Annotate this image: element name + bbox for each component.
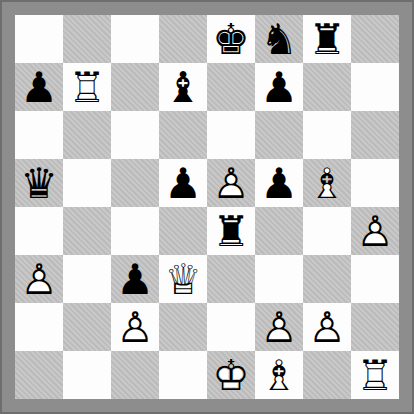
- square-f7[interactable]: ♟: [255, 63, 303, 111]
- square-a7[interactable]: ♟: [15, 63, 63, 111]
- square-d6[interactable]: [159, 111, 207, 159]
- white-pawn-piece[interactable]: ♟♙: [111, 303, 159, 351]
- square-h1[interactable]: ♜♖: [351, 351, 399, 399]
- white-rook-piece[interactable]: ♜♖: [63, 63, 111, 111]
- square-f2[interactable]: ♟♙: [255, 303, 303, 351]
- square-h4[interactable]: ♟♙: [351, 207, 399, 255]
- square-c3[interactable]: ♟: [111, 255, 159, 303]
- square-b3[interactable]: [63, 255, 111, 303]
- black-pawn-piece[interactable]: ♟: [15, 63, 63, 111]
- white-pawn-piece[interactable]: ♟♙: [15, 255, 63, 303]
- square-a5[interactable]: ♛: [15, 159, 63, 207]
- chess-board: ♚♞♜♟♜♖♝♟♛♟♟♙♟♝♗♜♟♙♟♙♟♛♕♟♙♟♙♟♙♚♔♝♗♜♖: [15, 15, 399, 399]
- square-h8[interactable]: [351, 15, 399, 63]
- square-f6[interactable]: [255, 111, 303, 159]
- square-h2[interactable]: [351, 303, 399, 351]
- square-c7[interactable]: [111, 63, 159, 111]
- square-f1[interactable]: ♝♗: [255, 351, 303, 399]
- black-piece-glyph: ♟: [255, 159, 303, 207]
- white-pawn-piece[interactable]: ♟♙: [351, 207, 399, 255]
- square-h3[interactable]: [351, 255, 399, 303]
- square-d5[interactable]: ♟: [159, 159, 207, 207]
- black-king-piece[interactable]: ♚: [207, 15, 255, 63]
- square-g2[interactable]: ♟♙: [303, 303, 351, 351]
- black-pawn-piece[interactable]: ♟: [255, 63, 303, 111]
- square-g3[interactable]: [303, 255, 351, 303]
- white-rook-piece[interactable]: ♜♖: [351, 351, 399, 399]
- square-a6[interactable]: [15, 111, 63, 159]
- square-c5[interactable]: [111, 159, 159, 207]
- square-e6[interactable]: [207, 111, 255, 159]
- black-knight-piece[interactable]: ♞: [255, 15, 303, 63]
- black-piece-glyph: ♚: [207, 15, 255, 63]
- square-a4[interactable]: [15, 207, 63, 255]
- white-piece-outline-glyph: ♙: [255, 303, 303, 351]
- white-piece-outline-glyph: ♙: [111, 303, 159, 351]
- white-pawn-piece[interactable]: ♟♙: [207, 159, 255, 207]
- square-a8[interactable]: [15, 15, 63, 63]
- black-piece-glyph: ♜: [207, 207, 255, 255]
- square-h6[interactable]: [351, 111, 399, 159]
- square-e8[interactable]: ♚: [207, 15, 255, 63]
- square-e7[interactable]: [207, 63, 255, 111]
- square-a1[interactable]: [15, 351, 63, 399]
- square-c4[interactable]: [111, 207, 159, 255]
- white-piece-outline-glyph: ♕: [159, 255, 207, 303]
- square-g8[interactable]: ♜: [303, 15, 351, 63]
- white-piece-outline-glyph: ♙: [207, 159, 255, 207]
- square-e4[interactable]: ♜: [207, 207, 255, 255]
- square-d4[interactable]: [159, 207, 207, 255]
- square-b7[interactable]: ♜♖: [63, 63, 111, 111]
- black-piece-glyph: ♞: [255, 15, 303, 63]
- square-b2[interactable]: [63, 303, 111, 351]
- square-a2[interactable]: [15, 303, 63, 351]
- black-pawn-piece[interactable]: ♟: [255, 159, 303, 207]
- black-pawn-piece[interactable]: ♟: [111, 255, 159, 303]
- white-piece-outline-glyph: ♗: [255, 351, 303, 399]
- white-piece-outline-glyph: ♖: [351, 351, 399, 399]
- black-bishop-piece[interactable]: ♝: [159, 63, 207, 111]
- black-rook-piece[interactable]: ♜: [303, 15, 351, 63]
- square-f4[interactable]: [255, 207, 303, 255]
- white-queen-piece[interactable]: ♛♕: [159, 255, 207, 303]
- black-piece-glyph: ♟: [255, 63, 303, 111]
- square-e3[interactable]: [207, 255, 255, 303]
- square-e1[interactable]: ♚♔: [207, 351, 255, 399]
- white-piece-outline-glyph: ♙: [351, 207, 399, 255]
- square-b8[interactable]: [63, 15, 111, 63]
- square-c1[interactable]: [111, 351, 159, 399]
- black-piece-glyph: ♟: [15, 63, 63, 111]
- square-d8[interactable]: [159, 15, 207, 63]
- black-piece-glyph: ♝: [159, 63, 207, 111]
- black-piece-glyph: ♜: [303, 15, 351, 63]
- square-g6[interactable]: [303, 111, 351, 159]
- square-g7[interactable]: [303, 63, 351, 111]
- square-b6[interactable]: [63, 111, 111, 159]
- square-f3[interactable]: [255, 255, 303, 303]
- white-piece-outline-glyph: ♔: [207, 351, 255, 399]
- square-a3[interactable]: ♟♙: [15, 255, 63, 303]
- white-pawn-piece[interactable]: ♟♙: [255, 303, 303, 351]
- square-g5[interactable]: ♝♗: [303, 159, 351, 207]
- white-piece-outline-glyph: ♙: [15, 255, 63, 303]
- square-h5[interactable]: [351, 159, 399, 207]
- square-e5[interactable]: ♟♙: [207, 159, 255, 207]
- square-b5[interactable]: [63, 159, 111, 207]
- square-c6[interactable]: [111, 111, 159, 159]
- square-b1[interactable]: [63, 351, 111, 399]
- black-rook-piece[interactable]: ♜: [207, 207, 255, 255]
- square-e2[interactable]: [207, 303, 255, 351]
- square-d3[interactable]: ♛♕: [159, 255, 207, 303]
- white-piece-outline-glyph: ♖: [63, 63, 111, 111]
- white-bishop-piece[interactable]: ♝♗: [255, 351, 303, 399]
- square-h7[interactable]: [351, 63, 399, 111]
- square-f5[interactable]: ♟: [255, 159, 303, 207]
- square-d7[interactable]: ♝: [159, 63, 207, 111]
- white-pawn-piece[interactable]: ♟♙: [303, 303, 351, 351]
- square-f8[interactable]: ♞: [255, 15, 303, 63]
- black-queen-piece[interactable]: ♛: [15, 159, 63, 207]
- black-pawn-piece[interactable]: ♟: [159, 159, 207, 207]
- white-king-piece[interactable]: ♚♔: [207, 351, 255, 399]
- black-piece-glyph: ♛: [15, 159, 63, 207]
- square-b4[interactable]: [63, 207, 111, 255]
- square-d2[interactable]: [159, 303, 207, 351]
- square-g1[interactable]: [303, 351, 351, 399]
- square-c8[interactable]: [111, 15, 159, 63]
- black-piece-glyph: ♟: [159, 159, 207, 207]
- square-c2[interactable]: ♟♙: [111, 303, 159, 351]
- square-d1[interactable]: [159, 351, 207, 399]
- black-piece-glyph: ♟: [111, 255, 159, 303]
- white-piece-outline-glyph: ♗: [303, 159, 351, 207]
- white-piece-outline-glyph: ♙: [303, 303, 351, 351]
- square-g4[interactable]: [303, 207, 351, 255]
- board-frame: ♚♞♜♟♜♖♝♟♛♟♟♙♟♝♗♜♟♙♟♙♟♛♕♟♙♟♙♟♙♚♔♝♗♜♖: [0, 0, 414, 414]
- white-bishop-piece[interactable]: ♝♗: [303, 159, 351, 207]
